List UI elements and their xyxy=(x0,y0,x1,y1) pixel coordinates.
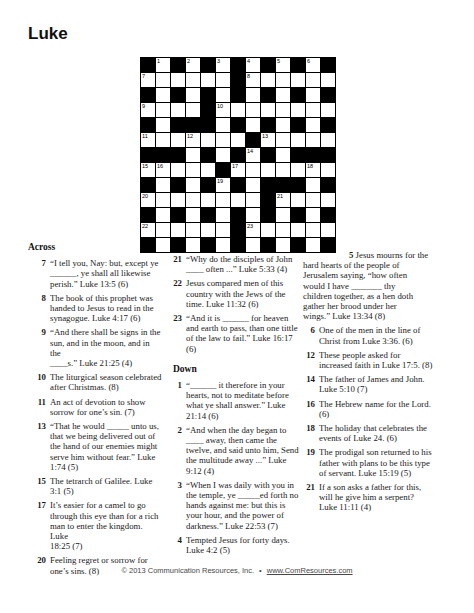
clue-down-4: 4Tempted Jesus for forty days. Luke 4:2 … xyxy=(162,535,304,555)
clue-across-9: 9“And there shall be signs in the sun, a… xyxy=(26,327,162,368)
grid-block-r7c1 xyxy=(141,148,155,162)
clue-number: 8 xyxy=(26,293,46,324)
grid-cell-r6c2[interactable] xyxy=(156,133,170,147)
footer-url[interactable]: www.ComResources.com xyxy=(267,566,353,575)
grid-block-r5c13 xyxy=(321,118,335,132)
grid-block-r13c7 xyxy=(231,238,245,252)
clue-number: 17 xyxy=(26,500,46,551)
grid-cell-r8c1[interactable]: 15 xyxy=(141,163,155,177)
grid-cell-r10c5[interactable] xyxy=(201,193,215,207)
grid-cell-r2c4[interactable] xyxy=(186,73,200,87)
clue-across-7: 7“I tell you, Nay: but, except ye ______… xyxy=(26,258,162,289)
grid-cell-r10c3[interactable] xyxy=(171,193,185,207)
grid-block-r3c13 xyxy=(321,88,335,102)
grid-cell-r4c12[interactable] xyxy=(306,103,320,117)
down-clues-column: 5 Jesus mourns for the hard hearts of th… xyxy=(303,250,447,517)
grid-cell-r2c11[interactable] xyxy=(291,73,305,87)
grid-cell-r7c6[interactable] xyxy=(216,148,230,162)
grid-cell-r13c6[interactable] xyxy=(216,238,230,252)
grid-cell-r3c4[interactable] xyxy=(186,88,200,102)
grid-cell-r2c3[interactable] xyxy=(171,73,185,87)
grid-cell-r4c1[interactable]: 9 xyxy=(141,103,155,117)
grid-block-r13c9 xyxy=(261,238,275,252)
grid-cell-r7c10[interactable] xyxy=(276,148,290,162)
clue-number: 7 xyxy=(26,258,46,289)
grid-block-r13c3 xyxy=(171,238,185,252)
grid-cell-r12c1[interactable]: 22 xyxy=(141,223,155,237)
grid-cell-r12c2[interactable] xyxy=(156,223,170,237)
clue-number: 21 xyxy=(303,482,315,513)
clue-text: It’s easier for a camel to go through th… xyxy=(50,500,162,551)
grid-block-r6c8 xyxy=(246,133,260,147)
crossword-grid: 1234567891011121314151617181920212223 xyxy=(140,57,336,253)
grid-cell-r1c10[interactable]: 5 xyxy=(276,58,290,72)
grid-cell-r3c2[interactable] xyxy=(156,88,170,102)
grid-cell-r2c13[interactable] xyxy=(321,73,335,87)
grid-cell-r5c2[interactable] xyxy=(156,118,170,132)
grid-cell-r7c8[interactable]: 14 xyxy=(246,148,260,162)
grid-cell-r12c10[interactable] xyxy=(276,223,290,237)
cell-number-18: 18 xyxy=(307,163,313,169)
grid-cell-r4c9[interactable] xyxy=(261,103,275,117)
grid-cell-r6c9[interactable]: 13 xyxy=(261,133,275,147)
grid-block-r13c5 xyxy=(201,238,215,252)
grid-block-r11c3 xyxy=(171,208,185,222)
grid-block-r1c3 xyxy=(171,58,185,72)
clue-number: 6 xyxy=(303,325,315,345)
grid-cell-r12c11[interactable] xyxy=(291,223,305,237)
grid-cell-r8c8[interactable] xyxy=(246,163,260,177)
grid-cell-r10c11[interactable] xyxy=(291,193,305,207)
clue-number: 23 xyxy=(162,313,182,354)
clue-text: One of the men in the line of Christ fro… xyxy=(319,325,447,345)
grid-cell-r1c2[interactable]: 1 xyxy=(156,58,170,72)
grid-block-r9c10 xyxy=(276,178,290,192)
grid-cell-r8c5[interactable] xyxy=(201,163,215,177)
clue-number: 4 xyxy=(162,535,182,555)
grid-cell-r9c6[interactable]: 19 xyxy=(216,178,230,192)
clue-number: 15 xyxy=(26,476,46,496)
grid-cell-r10c13[interactable] xyxy=(321,193,335,207)
cell-number-1: 1 xyxy=(157,58,160,64)
down-header: Down xyxy=(173,364,304,374)
grid-cell-r11c8[interactable] xyxy=(246,208,260,222)
grid-cell-r2c8[interactable]: 8 xyxy=(246,73,260,87)
clue-number: 10 xyxy=(26,372,46,392)
clue-across-17: 17It’s easier for a camel to go through … xyxy=(26,500,162,551)
grid-block-r7c9 xyxy=(261,148,275,162)
grid-block-r1c9 xyxy=(261,58,275,72)
grid-cell-r12c8[interactable]: 23 xyxy=(246,223,260,237)
footer: © 2013 Communication Resources, Inc.•www… xyxy=(0,566,474,575)
grid-cell-r7c4[interactable] xyxy=(186,148,200,162)
page-title: Luke xyxy=(28,24,68,44)
cell-number-11: 11 xyxy=(142,133,148,139)
grid-cell-r4c8[interactable] xyxy=(246,103,260,117)
grid-cell-r4c3[interactable] xyxy=(171,103,185,117)
grid-block-r9c13 xyxy=(321,178,335,192)
cell-number-5: 5 xyxy=(277,58,280,64)
grid-block-r8c6 xyxy=(216,163,230,177)
middle-clues-column: 21“Why do the disciples of John ____ oft… xyxy=(162,254,304,559)
grid-cell-r11c10[interactable] xyxy=(276,208,290,222)
clue-down-14: 14The father of James and John. Luke 5:1… xyxy=(303,374,447,394)
clue-down-2: 2“And when the day began to ____ away, t… xyxy=(162,425,304,476)
grid-block-r9c11 xyxy=(291,178,305,192)
grid-cell-r9c4[interactable] xyxy=(186,178,200,192)
clue-down-1: 1“______ it therefore in your hearts, no… xyxy=(162,380,304,421)
grid-cell-r5c12[interactable] xyxy=(306,118,320,132)
clue-number: 3 xyxy=(162,480,182,531)
grid-cell-r2c5[interactable] xyxy=(201,73,215,87)
grid-block-r3c9 xyxy=(261,88,275,102)
grid-block-r7c5 xyxy=(201,148,215,162)
clue-number: 14 xyxy=(303,374,315,394)
grid-cell-r4c7[interactable] xyxy=(231,103,245,117)
grid-cell-r10c6[interactable] xyxy=(216,193,230,207)
grid-cell-r8c10[interactable] xyxy=(276,163,290,177)
clue-number: 9 xyxy=(26,327,46,368)
grid-cell-r2c10[interactable] xyxy=(276,73,290,87)
grid-cell-r2c2[interactable] xyxy=(156,73,170,87)
clue-down-21: 21If a son asks a father for this, will … xyxy=(303,482,447,513)
grid-cell-r4c4[interactable] xyxy=(186,103,200,117)
grid-cell-r8c13[interactable] xyxy=(321,163,335,177)
grid-cell-r12c13[interactable] xyxy=(321,223,335,237)
across-header: Across xyxy=(28,242,162,252)
clue-down-19: 19The prodigal son returned to his fathe… xyxy=(303,447,447,478)
cell-number-20: 20 xyxy=(142,193,148,199)
grid-cell-r9c8[interactable] xyxy=(246,178,260,192)
down-clue-list-1: 1“______ it therefore in your hearts, no… xyxy=(162,380,304,555)
cell-number-2: 2 xyxy=(187,58,190,64)
grid-cell-r13c10[interactable] xyxy=(276,238,290,252)
cell-number-23: 23 xyxy=(247,223,253,229)
grid-cell-r10c7[interactable] xyxy=(231,193,245,207)
clue-across-21: 21“Why do the disciples of John ____ oft… xyxy=(162,254,304,274)
clue-text: The father of James and John. Luke 5:10 … xyxy=(319,374,447,394)
grid-cell-r10c1[interactable]: 20 xyxy=(141,193,155,207)
grid-cell-r10c2[interactable] xyxy=(156,193,170,207)
clue-across-8: 8The book of this prophet was handed to … xyxy=(26,293,162,324)
grid-cell-r4c13[interactable] xyxy=(321,103,335,117)
clue-number: 22 xyxy=(162,278,182,309)
cell-number-8: 8 xyxy=(247,73,250,79)
grid-cell-r1c4[interactable]: 2 xyxy=(186,58,200,72)
across-clue-list-1: 7“I tell you, Nay: but, except ye ______… xyxy=(26,258,162,576)
clue-text: The book of this prophet was handed to J… xyxy=(50,293,162,324)
grid-cell-r1c6[interactable]: 3 xyxy=(216,58,230,72)
clue-across-23: 23“And it is ______ for heaven and earth… xyxy=(162,313,304,354)
grid-block-r7c2 xyxy=(156,148,170,162)
grid-block-r7c7 xyxy=(231,148,245,162)
clue-number: 16 xyxy=(303,399,315,419)
grid-cell-r8c12[interactable]: 18 xyxy=(306,163,320,177)
clue-number: 5 xyxy=(349,250,353,260)
grid-block-r4c5 xyxy=(201,103,215,117)
grid-cell-r1c12[interactable]: 6 xyxy=(306,58,320,72)
worksheet-page: Luke 12345678910111213141516171819202122… xyxy=(0,0,474,613)
grid-block-r9c3 xyxy=(171,178,185,192)
grid-cell-r11c2[interactable] xyxy=(156,208,170,222)
grid-cell-r11c4[interactable] xyxy=(186,208,200,222)
clue-down-16: 16The Hebrew name for the Lord. (6) xyxy=(303,399,447,419)
grid-block-r9c7 xyxy=(231,178,245,192)
clue-text: An act of devotion to show sorrow for on… xyxy=(50,397,162,417)
clue-text: “And it is ______ for heaven and earth t… xyxy=(186,313,304,354)
cell-number-16: 16 xyxy=(157,163,163,169)
grid-block-r11c7 xyxy=(231,208,245,222)
grid-block-r3c5 xyxy=(201,88,215,102)
grid-cell-r6c4[interactable]: 12 xyxy=(186,133,200,147)
grid-cell-r11c12[interactable] xyxy=(306,208,320,222)
clue-number: 21 xyxy=(162,254,182,274)
grid-cell-r2c1[interactable]: 7 xyxy=(141,73,155,87)
grid-cell-r5c8[interactable] xyxy=(246,118,260,132)
clue-down-3: 3“When I was daily with you in the templ… xyxy=(162,480,304,531)
grid-block-r7c3 xyxy=(171,148,185,162)
grid-cell-r8c11[interactable] xyxy=(291,163,305,177)
grid-cell-r10c8[interactable] xyxy=(246,193,260,207)
grid-block-r3c7 xyxy=(231,88,245,102)
grid-cell-r3c8[interactable] xyxy=(246,88,260,102)
clue-across-22: 22Jesus compared men of this country wit… xyxy=(162,278,304,309)
across-clues-column: Across 7“I tell you, Nay: but, except ye… xyxy=(26,242,162,580)
grid-block-r2c7 xyxy=(231,73,245,87)
clue-down-12: 12These people asked for increased faith… xyxy=(303,350,447,370)
clue-number: 12 xyxy=(303,350,315,370)
grid-cell-r6c10[interactable] xyxy=(276,133,290,147)
cell-number-3: 3 xyxy=(217,58,220,64)
cell-number-17: 17 xyxy=(232,163,238,169)
clue-text: “And when the day began to ____ away, th… xyxy=(186,425,304,476)
grid-block-r9c1 xyxy=(141,178,155,192)
clue-text: “That he would _____ unto us, that we be… xyxy=(50,421,162,472)
clue-down-6: 6One of the men in the line of Christ fr… xyxy=(303,325,447,345)
grid-cell-r12c12[interactable] xyxy=(306,223,320,237)
grid-cell-r2c9[interactable] xyxy=(261,73,275,87)
cell-number-9: 9 xyxy=(142,103,145,109)
across-clue-list-2: 21“Why do the disciples of John ____ oft… xyxy=(162,254,304,354)
clue-text: The Hebrew name for the Lord. (6) xyxy=(319,399,447,419)
grid-block-r9c9 xyxy=(261,178,275,192)
grid-block-r12c7 xyxy=(231,223,245,237)
clue-across-15: 15The tetrarch of Galilee. Luke 3:1 (5) xyxy=(26,476,162,496)
cell-number-21: 21 xyxy=(277,193,283,199)
clue-text: Jesus compared men of this country with … xyxy=(186,278,304,309)
cell-number-19: 19 xyxy=(217,178,223,184)
grid-cell-r8c9[interactable] xyxy=(261,163,275,177)
copyright-text: © 2013 Communication Resources, Inc. xyxy=(121,566,254,575)
grid-cell-r3c10[interactable] xyxy=(276,88,290,102)
bullet-separator: • xyxy=(259,566,262,575)
cell-number-12: 12 xyxy=(187,133,193,139)
grid-cell-r6c7[interactable] xyxy=(231,133,245,147)
clue-down-18: 18The holiday that celebrates the events… xyxy=(303,423,447,443)
grid-block-r5c4 xyxy=(186,118,200,132)
grid-cell-r5c10[interactable] xyxy=(276,118,290,132)
grid-block-r5c7 xyxy=(231,118,245,132)
grid-cell-r4c11[interactable] xyxy=(291,103,305,117)
grid-block-r9c5 xyxy=(201,178,215,192)
cell-number-4: 4 xyxy=(247,58,250,64)
clue-text: The liturgical season celebrated after C… xyxy=(50,372,162,392)
grid-block-r5c9 xyxy=(261,118,275,132)
grid-block-r1c11 xyxy=(291,58,305,72)
clue-text: “When I was daily with you in the temple… xyxy=(186,480,304,531)
clue-across-11: 11An act of devotion to show sorrow for … xyxy=(26,397,162,417)
grid-block-r5c1 xyxy=(141,118,155,132)
grid-block-r7c12 xyxy=(306,148,320,162)
grid-block-r5c5 xyxy=(201,118,215,132)
grid-cell-r8c7[interactable]: 17 xyxy=(231,163,245,177)
grid-cell-r12c9[interactable] xyxy=(261,223,275,237)
clue-text: The tetrarch of Galilee. Luke 3:1 (5) xyxy=(50,476,162,496)
clue-down-5: 5 Jesus mourns for the hard hearts of th… xyxy=(303,250,447,321)
grid-block-r10c9 xyxy=(261,193,275,207)
grid-cell-r12c6[interactable] xyxy=(216,223,230,237)
clue-number: 11 xyxy=(26,397,46,417)
grid-block-r1c5 xyxy=(201,58,215,72)
grid-cell-r8c2[interactable]: 16 xyxy=(156,163,170,177)
clue-number: 2 xyxy=(162,425,182,476)
grid-cell-r9c2[interactable] xyxy=(156,178,170,192)
grid-cell-r11c6[interactable] xyxy=(216,208,230,222)
clue-number: 18 xyxy=(303,423,315,443)
grid-cell-r13c4[interactable] xyxy=(186,238,200,252)
grid-block-r3c1 xyxy=(141,88,155,102)
grid-cell-r6c12[interactable] xyxy=(306,133,320,147)
grid-cell-r1c8[interactable]: 4 xyxy=(246,58,260,72)
clue-text: The prodigal son returned to his father … xyxy=(319,447,447,478)
grid-block-r11c11 xyxy=(291,208,305,222)
cell-number-10: 10 xyxy=(217,103,223,109)
cell-number-7: 7 xyxy=(142,73,145,79)
grid-block-r11c13 xyxy=(321,208,335,222)
cell-number-13: 13 xyxy=(262,133,268,139)
grid-block-r11c5 xyxy=(201,208,215,222)
grid-block-r1c13 xyxy=(321,58,335,72)
grid-cell-r10c10[interactable]: 21 xyxy=(276,193,290,207)
clue-number: 13 xyxy=(26,421,46,472)
grid-cell-r5c6[interactable] xyxy=(216,118,230,132)
grid-block-r1c1 xyxy=(141,58,155,72)
grid-block-r5c3 xyxy=(171,118,185,132)
grid-block-r11c1 xyxy=(141,208,155,222)
clue-text: If a son asks a father for this, will he… xyxy=(319,482,447,513)
grid-cell-r2c12[interactable] xyxy=(306,73,320,87)
down-clue-list-2: 6One of the men in the line of Christ fr… xyxy=(303,325,447,512)
grid-block-r7c11 xyxy=(291,148,305,162)
grid-block-r7c13 xyxy=(321,148,335,162)
grid-cell-r2c6[interactable] xyxy=(216,73,230,87)
grid-cell-r8c3[interactable] xyxy=(171,163,185,177)
grid-cell-r8c4[interactable] xyxy=(186,163,200,177)
grid-cell-r10c12[interactable] xyxy=(306,193,320,207)
clue-across-13: 13“That he would _____ unto us, that we … xyxy=(26,421,162,472)
clue-text: These people asked for increased faith i… xyxy=(319,350,447,370)
clue-text: “______ it therefore in your hearts, not… xyxy=(186,380,304,421)
cell-number-15: 15 xyxy=(142,163,148,169)
cell-number-6: 6 xyxy=(307,58,310,64)
grid-block-r3c3 xyxy=(171,88,185,102)
clue-text: “Why do the disciples of John ____ often… xyxy=(186,254,304,274)
grid-cell-r3c6[interactable] xyxy=(216,88,230,102)
grid-cell-r4c10[interactable] xyxy=(276,103,290,117)
grid-cell-r12c3[interactable] xyxy=(171,223,185,237)
clue-text: “And there shall be signs in the sun, an… xyxy=(50,327,162,368)
grid-cell-r6c11[interactable] xyxy=(291,133,305,147)
grid-block-r11c9 xyxy=(261,208,275,222)
grid-cell-r6c1[interactable]: 11 xyxy=(141,133,155,147)
grid-cell-r6c5[interactable] xyxy=(201,133,215,147)
grid-cell-r9c12[interactable] xyxy=(306,178,320,192)
clue-across-10: 10The liturgical season celebrated after… xyxy=(26,372,162,392)
grid-cell-r12c5[interactable] xyxy=(201,223,215,237)
grid-cell-r6c6[interactable] xyxy=(216,133,230,147)
grid-cell-r13c8[interactable] xyxy=(246,238,260,252)
grid-cell-r3c12[interactable] xyxy=(306,88,320,102)
clue-text: Tempted Jesus for forty days. Luke 4:2 (… xyxy=(186,535,304,555)
grid-cell-r4c6[interactable]: 10 xyxy=(216,103,230,117)
grid-cell-r6c3[interactable] xyxy=(171,133,185,147)
cell-number-22: 22 xyxy=(142,223,148,229)
clue-number: 19 xyxy=(303,447,315,478)
cell-number-14: 14 xyxy=(247,148,253,154)
grid-cell-r4c2[interactable] xyxy=(156,103,170,117)
grid-cell-r6c13[interactable] xyxy=(321,133,335,147)
grid-cell-r12c4[interactable] xyxy=(186,223,200,237)
clue-text: The holiday that celebrates the events o… xyxy=(319,423,447,443)
clue-number: 1 xyxy=(162,380,182,421)
grid-block-r3c11 xyxy=(291,88,305,102)
grid-cell-r10c4[interactable] xyxy=(186,193,200,207)
grid-block-r1c7 xyxy=(231,58,245,72)
grid-block-r5c11 xyxy=(291,118,305,132)
clue-text: “I tell you, Nay: but, except ye ______,… xyxy=(50,258,162,289)
